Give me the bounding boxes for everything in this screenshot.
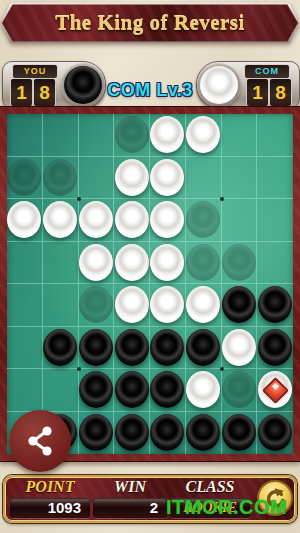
cell-d8[interactable] <box>114 412 150 455</box>
cell-c3[interactable] <box>79 199 115 242</box>
white-disc <box>150 116 184 153</box>
legal-move-hint[interactable] <box>222 244 256 281</box>
cell-e2[interactable] <box>150 157 186 200</box>
cell-d2[interactable] <box>114 157 150 200</box>
white-disc <box>43 201 77 238</box>
diamond-item-icon <box>262 377 289 404</box>
black-disc <box>222 414 256 451</box>
banner-plate: The King of Reversi <box>2 3 298 43</box>
share-icon <box>24 424 56 458</box>
black-disc <box>115 414 149 451</box>
white-disc <box>79 201 113 238</box>
white-disc <box>150 244 184 281</box>
white-disc <box>150 286 184 323</box>
board-frame <box>0 106 300 462</box>
white-disc <box>150 159 184 196</box>
cell-a4[interactable] <box>7 242 43 285</box>
cell-e6[interactable] <box>150 327 186 370</box>
cell-h3[interactable] <box>257 199 293 242</box>
cell-d5[interactable] <box>114 284 150 327</box>
class-header: CLASS <box>170 478 250 496</box>
cell-e3[interactable] <box>150 199 186 242</box>
cell-a7[interactable] <box>7 369 43 412</box>
cell-g5[interactable] <box>222 284 258 327</box>
cell-c6[interactable] <box>79 327 115 370</box>
cell-d6[interactable] <box>114 327 150 370</box>
cell-b7[interactable] <box>43 369 79 412</box>
white-disc <box>7 201 41 238</box>
cell-f8[interactable] <box>186 412 222 455</box>
cell-c1[interactable] <box>79 114 115 157</box>
black-disc <box>79 414 113 451</box>
cell-g4[interactable] <box>222 242 258 285</box>
cell-e4[interactable] <box>150 242 186 285</box>
black-disc <box>186 414 220 451</box>
legal-move-hint[interactable] <box>43 159 77 196</box>
cell-h1[interactable] <box>257 114 293 157</box>
cell-a3[interactable] <box>7 199 43 242</box>
white-disc <box>115 159 149 196</box>
cell-e7[interactable] <box>150 369 186 412</box>
cell-h2[interactable] <box>257 157 293 200</box>
cell-b3[interactable] <box>43 199 79 242</box>
page-title: The King of Reversi <box>55 11 245 36</box>
cell-e5[interactable] <box>150 284 186 327</box>
item-disc <box>258 371 292 408</box>
legal-move-hint[interactable] <box>222 371 256 408</box>
white-disc <box>222 329 256 366</box>
black-disc <box>150 414 184 451</box>
watermark-text: ITMOR.COM <box>166 496 287 519</box>
cell-f1[interactable] <box>186 114 222 157</box>
app-screen: The King of Reversi YOU 1 8 COM 1 8 COM … <box>0 0 300 533</box>
cell-f6[interactable] <box>186 327 222 370</box>
white-disc <box>186 286 220 323</box>
cell-h4[interactable] <box>257 242 293 285</box>
black-disc <box>186 329 220 366</box>
cell-e1[interactable] <box>150 114 186 157</box>
cell-g6[interactable] <box>222 327 258 370</box>
title-banner: The King of Reversi <box>0 1 300 45</box>
cell-f3[interactable] <box>186 199 222 242</box>
black-disc <box>79 329 113 366</box>
black-disc <box>115 329 149 366</box>
cell-b2[interactable] <box>43 157 79 200</box>
cell-h6[interactable] <box>257 327 293 370</box>
cell-f4[interactable] <box>186 242 222 285</box>
legal-move-hint[interactable] <box>115 116 149 153</box>
share-button[interactable] <box>9 410 71 472</box>
legal-move-hint[interactable] <box>7 159 41 196</box>
win-value: 2 <box>93 498 167 518</box>
cell-e8[interactable] <box>150 412 186 455</box>
black-disc <box>222 286 256 323</box>
computer-label: COM <box>244 64 290 79</box>
cell-c7[interactable] <box>79 369 115 412</box>
win-header: WIN <box>93 478 167 496</box>
cell-h7[interactable] <box>257 369 293 412</box>
white-disc <box>150 201 184 238</box>
white-disc <box>186 371 220 408</box>
cell-a6[interactable] <box>7 327 43 370</box>
cell-c8[interactable] <box>79 412 115 455</box>
white-disc <box>115 201 149 238</box>
black-disc <box>258 414 292 451</box>
cell-h5[interactable] <box>257 284 293 327</box>
player-label: YOU <box>12 64 58 79</box>
cell-a5[interactable] <box>7 284 43 327</box>
com-level-label: COM Lv.3 <box>0 80 300 101</box>
cell-d1[interactable] <box>114 114 150 157</box>
black-disc <box>258 329 292 366</box>
white-disc <box>186 116 220 153</box>
cell-c5[interactable] <box>79 284 115 327</box>
black-disc <box>150 329 184 366</box>
point-header: POINT <box>10 478 90 496</box>
black-disc <box>79 371 113 408</box>
black-disc <box>258 286 292 323</box>
white-disc <box>115 244 149 281</box>
cell-b1[interactable] <box>43 114 79 157</box>
cell-d7[interactable] <box>114 369 150 412</box>
black-disc <box>115 371 149 408</box>
legal-move-hint[interactable] <box>186 244 220 281</box>
cell-b4[interactable] <box>43 242 79 285</box>
cell-d3[interactable] <box>114 199 150 242</box>
legal-move-hint[interactable] <box>186 201 220 238</box>
cell-g2[interactable] <box>222 157 258 200</box>
cell-a2[interactable] <box>7 157 43 200</box>
legal-move-hint[interactable] <box>79 286 113 323</box>
cell-c4[interactable] <box>79 242 115 285</box>
cell-g3[interactable] <box>222 199 258 242</box>
cell-h8[interactable] <box>257 412 293 455</box>
cell-f2[interactable] <box>186 157 222 200</box>
cell-d4[interactable] <box>114 242 150 285</box>
cell-g8[interactable] <box>222 412 258 455</box>
board-grid <box>7 114 293 454</box>
cell-a1[interactable] <box>7 114 43 157</box>
cell-b6[interactable] <box>43 327 79 370</box>
cell-c2[interactable] <box>79 157 115 200</box>
white-disc <box>115 286 149 323</box>
black-disc <box>43 329 77 366</box>
reversi-board <box>7 114 293 454</box>
black-disc <box>150 371 184 408</box>
white-disc <box>79 244 113 281</box>
point-value: 1093 <box>10 498 90 518</box>
cell-f7[interactable] <box>186 369 222 412</box>
cell-g7[interactable] <box>222 369 258 412</box>
cell-b5[interactable] <box>43 284 79 327</box>
cell-f5[interactable] <box>186 284 222 327</box>
cell-g1[interactable] <box>222 114 258 157</box>
